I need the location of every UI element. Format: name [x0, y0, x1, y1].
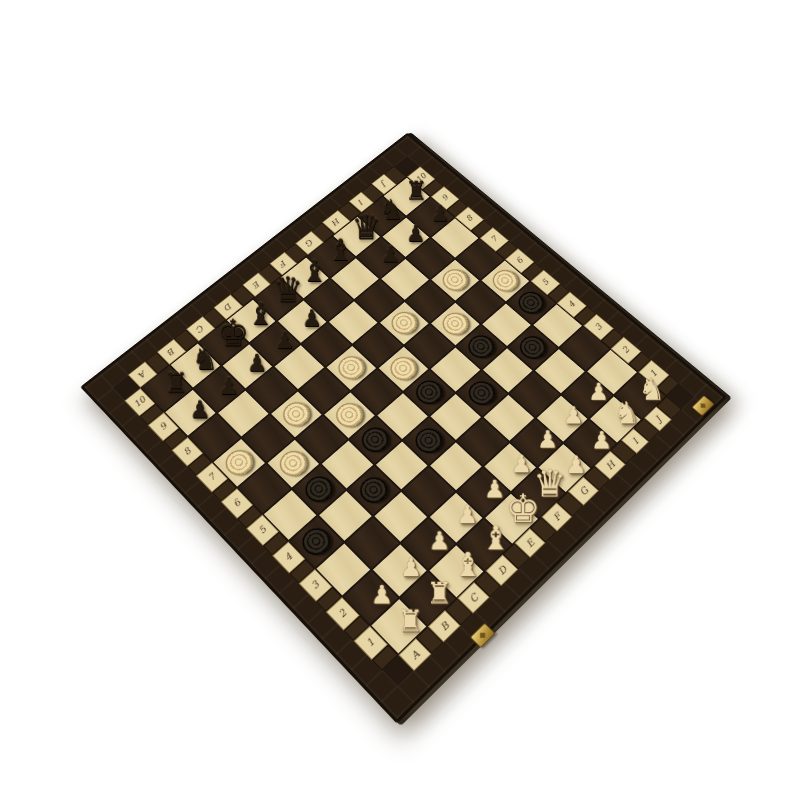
- light-checker-f6[interactable]: [385, 352, 421, 384]
- light-checker-h6[interactable]: [437, 308, 473, 339]
- light-rook-a1[interactable]: ♜: [388, 608, 433, 638]
- brass-latch-right[interactable]: [691, 395, 714, 416]
- product-photo: ABCDEFGHIJ ABCDEFGHIJ 10987654321 109876…: [0, 0, 800, 800]
- dark-pawn-e9[interactable]: ♟: [292, 308, 332, 331]
- light-checker-i7[interactable]: [438, 265, 473, 295]
- light-checker-g7[interactable]: [386, 308, 422, 339]
- dark-pawn-d9[interactable]: ♟: [264, 330, 304, 353]
- light-checker-b6[interactable]: [274, 446, 312, 481]
- light-rook-b1[interactable]: ♜: [417, 580, 462, 610]
- dark-pawn-c9[interactable]: ♟: [237, 352, 278, 375]
- light-checker-d6[interactable]: [331, 398, 368, 432]
- dark-pawn-b9[interactable]: ♟: [208, 375, 249, 399]
- dark-checker-e4[interactable]: [410, 424, 448, 459]
- light-checker-c7[interactable]: [278, 397, 315, 431]
- dark-checker-d5[interactable]: [357, 423, 395, 457]
- piece-layer: ♜♞♚♝♛♝♝♛♞♜♟♟♟♟♟♟♟♟♟♟♟♟♟♟♟♟♟♜♜♝♝♚♛♟♟♞♞: [140, 177, 666, 655]
- light-pawn-h2[interactable]: ♟: [553, 404, 595, 428]
- latch-pin: [480, 633, 485, 638]
- dark-checker-a4[interactable]: [297, 523, 336, 560]
- dark-checker-j5[interactable]: [513, 288, 548, 319]
- dark-checker-c4[interactable]: [355, 472, 393, 508]
- light-checker-e7[interactable]: [333, 352, 369, 384]
- dark-checker-b5[interactable]: [300, 471, 338, 507]
- dark-pawn-a9[interactable]: ♟: [179, 398, 221, 422]
- dark-rook-a10[interactable]: ♜: [155, 370, 196, 397]
- light-checker-j6[interactable]: [488, 266, 523, 296]
- light-pawn-g2[interactable]: ♟: [527, 428, 569, 452]
- dark-checker-f5[interactable]: [411, 376, 448, 409]
- latch-pin: [700, 403, 705, 407]
- light-pawn-h1[interactable]: ♟: [581, 429, 623, 453]
- light-knight-i1[interactable]: ♞: [606, 399, 648, 430]
- light-checker-a7[interactable]: [220, 445, 258, 480]
- brass-latch-left[interactable]: [470, 622, 496, 648]
- board-scene: ABCDEFGHIJ ABCDEFGHIJ 10987654321 109876…: [0, 0, 800, 800]
- dark-checker-g4[interactable]: [464, 377, 501, 410]
- dark-pawn-h9[interactable]: ♟: [371, 244, 410, 266]
- dark-pawn-j9[interactable]: ♟: [421, 203, 459, 225]
- dark-checker-i4[interactable]: [515, 332, 551, 364]
- chess-board: ABCDEFGHIJ ABCDEFGHIJ 10987654321 109876…: [80, 133, 727, 724]
- dark-checker-h5[interactable]: [463, 331, 499, 363]
- board-frame: ABCDEFGHIJ ABCDEFGHIJ 10987654321 109876…: [112, 155, 696, 687]
- dark-pawn-i9[interactable]: ♟: [396, 223, 434, 245]
